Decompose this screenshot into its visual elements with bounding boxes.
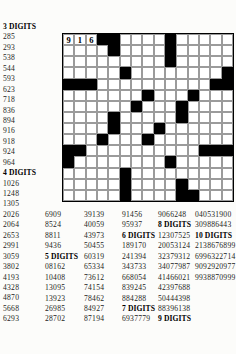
grid-cell[interactable] [74, 179, 85, 190]
digit-count-header: 4 DIGITS [3, 168, 36, 178]
digit-count-header: 5 DIGITS [45, 252, 78, 262]
grid-cell[interactable] [176, 156, 187, 167]
clue-number: 9938870999 [195, 273, 235, 283]
grid-cell[interactable] [154, 134, 165, 145]
clue-number: 20053124 [158, 241, 191, 251]
clue-number: 040531900 [195, 210, 235, 220]
grid-cell[interactable] [108, 101, 119, 112]
grid-cell[interactable] [176, 67, 187, 78]
grid-cell[interactable] [97, 45, 108, 56]
grid-cell[interactable] [188, 79, 199, 90]
grid-cell[interactable] [108, 134, 119, 145]
grid-cell[interactable] [165, 190, 176, 201]
grid-cell[interactable] [63, 101, 74, 112]
clue-number: 6909 [45, 210, 78, 220]
digit-count-header: 10 DIGITS [195, 231, 235, 241]
grid-cell[interactable] [97, 90, 108, 101]
grid-cell[interactable] [120, 101, 131, 112]
grid-cell[interactable] [199, 67, 210, 78]
clue-number: 2064 [3, 220, 36, 230]
grid-cell[interactable] [97, 101, 108, 112]
grid-cell[interactable] [63, 168, 74, 179]
grid-cell[interactable]: 6 [86, 34, 97, 45]
clue-number: 6293 [3, 314, 36, 324]
clue-number: 39139 [84, 210, 104, 220]
black-cell [108, 123, 119, 134]
clue-number: 95937 [122, 220, 155, 230]
grid-cell[interactable] [210, 67, 221, 78]
clue-number: 544 [3, 64, 36, 74]
clue-number: 2653 [3, 231, 36, 241]
grid-cell[interactable] [176, 134, 187, 145]
grid-cell[interactable] [222, 45, 233, 56]
black-cell [74, 145, 85, 156]
grid-cell[interactable] [97, 168, 108, 179]
grid-cell[interactable] [108, 67, 119, 78]
clue-number: 924 [3, 147, 36, 157]
black-cell [120, 67, 131, 78]
grid-cell[interactable] [188, 112, 199, 123]
grid-cell[interactable] [63, 134, 74, 145]
black-cell [120, 179, 131, 190]
grid-cell[interactable] [154, 90, 165, 101]
grid-cell[interactable] [154, 156, 165, 167]
clue-number: 623 [3, 85, 36, 95]
grid-cell[interactable] [176, 45, 187, 56]
clue-number: 894 [3, 116, 36, 126]
grid-cell[interactable] [222, 112, 233, 123]
digit-count-header: 7 DIGITS [122, 304, 155, 314]
grid-cell[interactable] [74, 112, 85, 123]
grid-cell[interactable] [165, 123, 176, 134]
clue-number: 3059 [3, 252, 36, 262]
grid-cell[interactable] [63, 112, 74, 123]
grid-cell[interactable] [199, 168, 210, 179]
black-cell [222, 145, 233, 156]
grid-cell[interactable] [165, 112, 176, 123]
grid-cell[interactable] [165, 67, 176, 78]
grid-cell[interactable] [120, 123, 131, 134]
clue-number: 41466021 [158, 273, 191, 283]
black-cell [120, 168, 131, 179]
grid-cell[interactable] [154, 45, 165, 56]
clue-number: 6996322714 [195, 252, 235, 262]
grid-cell[interactable] [199, 79, 210, 90]
grid-cell[interactable] [188, 145, 199, 156]
grid-cell[interactable] [176, 56, 187, 67]
grid-cell[interactable] [210, 134, 221, 145]
grid-cell[interactable] [120, 45, 131, 56]
grid-cell[interactable] [154, 34, 165, 45]
clue-number: 538 [3, 53, 36, 63]
grid-cell[interactable] [74, 190, 85, 201]
grid-cell[interactable] [222, 90, 233, 101]
black-cell [199, 145, 210, 156]
grid-cell[interactable] [222, 101, 233, 112]
clue-number: 40059 [84, 220, 104, 230]
grid-cell[interactable] [131, 56, 142, 67]
clue-number: 9436 [45, 241, 78, 251]
clue-number: 1248 [3, 189, 36, 199]
black-cell [176, 101, 187, 112]
black-cell [222, 79, 233, 90]
clue-number: 88396138 [158, 304, 191, 314]
grid-cell[interactable] [154, 79, 165, 90]
black-cell [108, 34, 119, 45]
clue-number: 1026 [3, 179, 36, 189]
black-cell [165, 56, 176, 67]
grid-cell[interactable] [154, 67, 165, 78]
grid-cell[interactable] [120, 134, 131, 145]
clue-number: 87194 [84, 314, 104, 324]
grid-cell[interactable] [188, 101, 199, 112]
black-cell [142, 90, 153, 101]
grid-cell[interactable] [142, 67, 153, 78]
grid-cell[interactable] [154, 101, 165, 112]
grid-cell[interactable] [199, 134, 210, 145]
grid-cell[interactable] [222, 156, 233, 167]
clue-number: 839245 [122, 283, 155, 293]
grid-cell[interactable] [120, 145, 131, 156]
grid-cell[interactable] [210, 156, 221, 167]
grid-cell[interactable] [222, 168, 233, 179]
grid-cell[interactable] [63, 56, 74, 67]
grid-cell[interactable] [97, 190, 108, 201]
grid-cell[interactable] [142, 145, 153, 156]
clue-number: 8811 [45, 231, 78, 241]
clue-column-5: 90662488 DIGITS1230752520053124323793123… [158, 210, 191, 325]
grid-cell[interactable] [120, 112, 131, 123]
grid-cell[interactable] [188, 123, 199, 134]
grid-cell[interactable] [131, 45, 142, 56]
black-cell [154, 123, 165, 134]
grid-cell[interactable] [142, 168, 153, 179]
grid-cell[interactable] [120, 79, 131, 90]
black-cell [97, 134, 108, 145]
grid-cell[interactable] [210, 112, 221, 123]
grid-cell[interactable] [188, 179, 199, 190]
grid-cell[interactable] [86, 112, 97, 123]
black-cell [74, 79, 85, 90]
clue-number: 285 [3, 32, 36, 42]
grid-cell[interactable] [63, 179, 74, 190]
grid-cell[interactable] [131, 79, 142, 90]
clue-number: 918 [3, 137, 36, 147]
grid-cell[interactable] [131, 90, 142, 101]
digit-count-header: 6 DIGITS [122, 231, 155, 241]
grid-cell[interactable] [222, 34, 233, 45]
grid-cell[interactable] [108, 145, 119, 156]
grid-cell[interactable] [199, 112, 210, 123]
clue-number: 6937779 [122, 314, 155, 324]
grid-cell[interactable] [131, 123, 142, 134]
grid-cell[interactable] [165, 101, 176, 112]
grid-cell[interactable]: 9 [63, 34, 74, 45]
clue-column-1: 3 DIGITS28529353854459362371883689491691… [3, 22, 36, 325]
grid-cell[interactable] [63, 90, 74, 101]
fill-in-grid: 916 [62, 33, 234, 202]
clue-number: 9092920977 [195, 262, 235, 272]
clue-number: 9066248 [158, 210, 191, 220]
grid-cell[interactable] [199, 34, 210, 45]
black-cell [188, 190, 199, 201]
grid-cell[interactable] [142, 179, 153, 190]
grid-cell[interactable] [142, 156, 153, 167]
grid-cell[interactable] [74, 45, 85, 56]
grid-cell[interactable] [188, 156, 199, 167]
grid-cell[interactable] [188, 45, 199, 56]
clue-number: 964 [3, 158, 36, 168]
black-cell [176, 112, 187, 123]
grid-cell[interactable] [97, 112, 108, 123]
grid-cell[interactable] [199, 190, 210, 201]
grid-cell[interactable] [222, 190, 233, 201]
grid-cell[interactable] [142, 112, 153, 123]
grid-cell[interactable] [154, 190, 165, 201]
black-cell [165, 156, 176, 167]
clue-number: 593 [3, 74, 36, 84]
clue-number: 42397688 [158, 283, 191, 293]
grid-cell[interactable] [131, 34, 142, 45]
grid-cell[interactable] [176, 79, 187, 90]
grid-cell[interactable] [108, 56, 119, 67]
grid-cell[interactable] [131, 156, 142, 167]
grid-cell[interactable] [222, 179, 233, 190]
clue-number: 13923 [45, 294, 78, 304]
clue-number: 73612 [84, 273, 104, 283]
grid-cell[interactable] [131, 190, 142, 201]
grid-cell[interactable] [142, 56, 153, 67]
grid-cell[interactable] [97, 145, 108, 156]
grid-cell[interactable] [74, 56, 85, 67]
clue-number: 8524 [45, 220, 78, 230]
grid-cell[interactable] [63, 67, 74, 78]
grid-cell[interactable] [142, 190, 153, 201]
clue-number: 718 [3, 95, 36, 105]
black-cell [222, 67, 233, 78]
grid-cell[interactable] [86, 67, 97, 78]
grid-cell[interactable] [74, 134, 85, 145]
grid-cell[interactable] [97, 56, 108, 67]
grid-cell[interactable] [142, 34, 153, 45]
black-cell [210, 79, 221, 90]
grid-cell[interactable] [210, 123, 221, 134]
grid-cell[interactable] [131, 67, 142, 78]
grid-cell[interactable] [86, 145, 97, 156]
grid-cell[interactable] [74, 90, 85, 101]
grid-cell[interactable] [210, 179, 221, 190]
grid-cell[interactable] [120, 56, 131, 67]
black-cell [63, 145, 74, 156]
grid-cell[interactable] [199, 56, 210, 67]
black-cell [86, 79, 97, 90]
black-cell [108, 112, 119, 123]
grid-cell[interactable] [74, 67, 85, 78]
grid-cell[interactable] [74, 168, 85, 179]
clue-number: 60319 [84, 252, 104, 262]
grid-cell[interactable] [63, 45, 74, 56]
clue-column-2: 69098524881194365 DIGITS0816210408130951… [45, 210, 78, 325]
black-cell [210, 145, 221, 156]
clue-number: 241394 [122, 252, 155, 262]
grid-cell[interactable] [154, 145, 165, 156]
grid-cell[interactable] [108, 190, 119, 201]
grid-cell[interactable] [199, 101, 210, 112]
clue-number: 34077987 [158, 262, 191, 272]
clue-number: 916 [3, 126, 36, 136]
grid-cell[interactable] [154, 112, 165, 123]
clue-number: 08162 [45, 262, 78, 272]
black-cell [142, 134, 153, 145]
clue-number: 189170 [122, 241, 155, 251]
clue-number: 3802 [3, 262, 36, 272]
grid-cell[interactable] [188, 67, 199, 78]
grid-cell[interactable] [131, 145, 142, 156]
grid-cell[interactable] [108, 90, 119, 101]
grid-cell[interactable] [131, 112, 142, 123]
grid-cell[interactable] [97, 179, 108, 190]
clue-number: 5668 [3, 304, 36, 314]
grid-cell[interactable] [210, 45, 221, 56]
clue-number: 4328 [3, 283, 36, 293]
grid-cell[interactable] [86, 56, 97, 67]
clue-number: 13095 [45, 283, 78, 293]
grid-cell[interactable] [86, 123, 97, 134]
grid-cell[interactable] [199, 123, 210, 134]
black-cell [97, 34, 108, 45]
grid-cell[interactable] [199, 156, 210, 167]
grid-cell[interactable] [188, 56, 199, 67]
grid-cell[interactable] [165, 179, 176, 190]
clue-number: 43973 [84, 231, 104, 241]
grid-cell[interactable] [108, 79, 119, 90]
grid-cell[interactable] [222, 134, 233, 145]
grid-cell[interactable] [63, 123, 74, 134]
grid-cell[interactable] [199, 45, 210, 56]
grid-cell[interactable] [210, 90, 221, 101]
clue-column-4: 91456959376 DIGITS1891702413943437336680… [122, 210, 155, 325]
grid-cell[interactable] [176, 34, 187, 45]
grid-cell[interactable] [176, 90, 187, 101]
grid-cell[interactable] [120, 34, 131, 45]
grid-cell[interactable] [108, 168, 119, 179]
grid-cell[interactable] [210, 56, 221, 67]
grid-cell[interactable] [86, 45, 97, 56]
grid-cell[interactable] [176, 168, 187, 179]
grid-cell[interactable] [222, 56, 233, 67]
grid-cell[interactable] [165, 90, 176, 101]
grid-cell[interactable] [165, 145, 176, 156]
black-cell [63, 79, 74, 90]
grid-cell[interactable] [97, 156, 108, 167]
grid-cell[interactable] [142, 45, 153, 56]
grid-cell[interactable] [86, 179, 97, 190]
grid-cell[interactable] [142, 101, 153, 112]
clue-number: 78462 [84, 294, 104, 304]
clue-number: 884288 [122, 294, 155, 304]
digit-count-header: 8 DIGITS [158, 220, 191, 230]
grid-cell[interactable] [86, 156, 97, 167]
grid-cell[interactable] [86, 101, 97, 112]
grid-cell[interactable]: 1 [74, 34, 85, 45]
black-cell [131, 101, 142, 112]
grid-cell[interactable] [188, 34, 199, 45]
clue-number: 91456 [122, 210, 155, 220]
grid-cell[interactable] [176, 145, 187, 156]
clue-number: 4870 [3, 293, 36, 303]
grid-cell[interactable] [108, 156, 119, 167]
clue-number: 12307525 [158, 231, 191, 241]
grid-cell[interactable] [63, 190, 74, 201]
clue-number: 2138676899 [195, 241, 235, 251]
grid-cell[interactable] [210, 101, 221, 112]
black-cell [165, 34, 176, 45]
digit-count-header: 9 DIGITS [158, 314, 191, 324]
grid-cell[interactable] [165, 79, 176, 90]
grid-cell[interactable] [120, 90, 131, 101]
grid-cell[interactable] [108, 179, 119, 190]
grid-cell[interactable] [131, 168, 142, 179]
black-cell [176, 190, 187, 201]
grid-cell[interactable] [199, 179, 210, 190]
grid-cell[interactable] [86, 90, 97, 101]
grid-cell[interactable] [74, 101, 85, 112]
grid-cell[interactable] [131, 134, 142, 145]
grid-cell[interactable] [97, 123, 108, 134]
grid-cell[interactable] [131, 179, 142, 190]
grid-cell[interactable] [86, 168, 97, 179]
grid-cell[interactable] [222, 123, 233, 134]
grid-cell[interactable] [86, 190, 97, 201]
grid-cell[interactable] [86, 134, 97, 145]
grid-cell[interactable] [154, 56, 165, 67]
clue-number: 293 [3, 43, 36, 53]
puzzle-page: 916 3 DIGITS2852935385445936237188368949… [0, 0, 236, 354]
grid-cell[interactable] [97, 79, 108, 90]
clue-number: 1305 [3, 199, 36, 209]
grid-cell[interactable] [154, 179, 165, 190]
grid-cell[interactable] [188, 168, 199, 179]
grid-cell[interactable] [210, 190, 221, 201]
grid-cell[interactable] [210, 34, 221, 45]
black-cell [176, 179, 187, 190]
black-cell [63, 156, 74, 167]
clue-number: 74154 [84, 283, 104, 293]
clue-column-3: 3913940059439735045560319653347361274154… [84, 210, 104, 325]
grid-cell[interactable] [199, 90, 210, 101]
grid-cell[interactable] [74, 123, 85, 134]
grid-cell[interactable] [142, 79, 153, 90]
clue-number: 10408 [45, 273, 78, 283]
grid-cell[interactable] [97, 67, 108, 78]
grid-cell[interactable] [176, 123, 187, 134]
grid-cell[interactable] [210, 168, 221, 179]
grid-cell[interactable] [154, 168, 165, 179]
clue-number: 50444398 [158, 294, 191, 304]
grid-cell[interactable] [142, 123, 153, 134]
clue-number: 2026 [3, 210, 36, 220]
grid-cell[interactable] [165, 134, 176, 145]
grid-cell[interactable] [74, 156, 85, 167]
clue-number: 836 [3, 106, 36, 116]
digit-count-header: 3 DIGITS [3, 22, 36, 32]
clue-number: 28702 [45, 314, 78, 324]
black-cell [188, 90, 199, 101]
grid-cell[interactable] [165, 168, 176, 179]
grid-cell[interactable] [188, 134, 199, 145]
clue-number: 2991 [3, 241, 36, 251]
grid-cell[interactable] [120, 156, 131, 167]
